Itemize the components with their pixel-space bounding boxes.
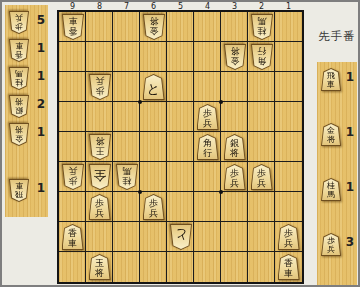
piece-kanji: 香車 [279, 255, 299, 279]
captured-count: 1 [346, 180, 354, 194]
piece-sente-pawn[interactable]: 歩兵 [89, 194, 111, 220]
kanji-char: 兵 [284, 239, 293, 249]
board-cell-7三[interactable] [113, 72, 140, 102]
board-cell-2四[interactable] [248, 102, 275, 132]
piece-kanji: 桂馬 [10, 68, 28, 89]
kanji-char: 香 [68, 26, 77, 36]
board-cell-1四[interactable] [275, 102, 302, 132]
kanji-char: 車 [284, 269, 293, 279]
piece-kanji: 香車 [63, 225, 83, 249]
board-cell-9三[interactable] [59, 72, 86, 102]
kanji-char: 兵 [257, 179, 266, 189]
piece-gote-lance[interactable]: 香車 [9, 39, 29, 62]
piece-gote-pawn[interactable]: 歩兵 [9, 11, 29, 34]
piece-kanji: 歩兵 [322, 234, 340, 255]
board-cell-6六[interactable] [140, 162, 167, 192]
kanji-char: と [147, 82, 160, 96]
piece-kanji: 桂馬 [252, 15, 272, 39]
board-cell-3三[interactable] [221, 72, 248, 102]
kanji-char: 兵 [149, 209, 158, 219]
kanji-char: 兵 [327, 246, 335, 255]
board-cell-4二[interactable] [194, 42, 221, 72]
captured-count: 1 [37, 41, 45, 55]
piece-sente-pawn[interactable]: 歩兵 [224, 164, 246, 190]
piece-kanji: と [171, 225, 191, 249]
piece-sente-gold[interactable]: 金将 [321, 123, 341, 146]
board-cell-6二[interactable] [140, 42, 167, 72]
piece-kanji: 歩兵 [63, 165, 83, 189]
piece-kanji: 銀将 [10, 96, 28, 117]
sente-captured-pieces-tray: 飛車1金将1桂馬1歩兵3 [317, 62, 357, 287]
piece-sente-rook[interactable]: 飛車 [321, 68, 341, 91]
board-cell-7四[interactable] [113, 102, 140, 132]
piece-kanji: 歩兵 [252, 165, 272, 189]
board-cell-5四[interactable] [167, 102, 194, 132]
piece-gote-gold[interactable]: 金将 [143, 14, 165, 40]
file-label-8: 8 [86, 2, 113, 11]
kanji-char: 王 [95, 146, 104, 156]
file-label-5: 5 [167, 2, 194, 11]
piece-gote-knight[interactable]: 桂馬 [251, 14, 273, 40]
kanji-char: 角 [257, 56, 266, 66]
kanji-char: 馬 [327, 191, 335, 200]
gote-captured-pieces-tray: 歩兵5香車1桂馬1銀将2金将1飛車1 [5, 5, 48, 217]
piece-kanji: 飛車 [322, 69, 340, 90]
kanji-char: 車 [68, 239, 77, 249]
gote-hand-slot-pawn: 歩兵5 [5, 9, 48, 36]
kanji-char: 金 [230, 56, 239, 66]
piece-kanji: 角行 [198, 135, 218, 159]
captured-count: 5 [37, 13, 45, 27]
piece-kanji: 銀将 [225, 135, 245, 159]
kanji-char: 行 [203, 149, 212, 159]
piece-gote-king[interactable]: 王将 [89, 134, 111, 160]
piece-kanji: 香車 [10, 40, 28, 61]
sente-hand-slot-knight: 桂馬1 [317, 176, 357, 203]
kanji-char: 将 [15, 125, 23, 134]
piece-gote-silver[interactable]: 銀将 [9, 95, 29, 118]
kanji-char: 歩 [95, 86, 104, 96]
file-label-2: 2 [248, 2, 275, 11]
board-cell-2三[interactable] [248, 72, 275, 102]
board-cell-9七[interactable] [59, 192, 86, 222]
piece-sente-lance[interactable]: 香車 [278, 254, 300, 280]
board-cell-5六[interactable] [167, 162, 194, 192]
piece-kanji: 金将 [144, 15, 164, 39]
piece-kanji: 玉将 [90, 255, 110, 279]
piece-gote-bishop[interactable]: 角行 [251, 44, 273, 70]
board-cell-3四[interactable] [221, 102, 248, 132]
board-cell-8二[interactable] [86, 42, 113, 72]
shogi-app: 歩兵5香車1桂馬1銀将2金将1飛車1 先手番 飛車1金将1桂馬1歩兵3 9876… [0, 0, 360, 287]
gote-hand-slot-lance: 香車1 [5, 37, 48, 64]
sente-hand-slot-rook: 飛車1 [317, 66, 357, 93]
captured-count: 1 [346, 70, 354, 84]
gote-hand-slot-silver: 銀将2 [5, 93, 48, 120]
board-cell-6九[interactable] [140, 252, 167, 282]
piece-sente-knight[interactable]: 桂馬 [321, 178, 341, 201]
gote-hand-slot-rook: 飛車1 [5, 177, 48, 204]
piece-kanji: 桂馬 [322, 179, 340, 200]
board-cell-1一[interactable] [275, 12, 302, 42]
board-cell-3九[interactable] [221, 252, 248, 282]
piece-gote-gold[interactable]: 金将 [224, 44, 246, 70]
board-cell-6八[interactable] [140, 222, 167, 252]
piece-kanji: 金将 [225, 45, 245, 69]
kanji-char: 桂 [257, 26, 266, 36]
kanji-char: 兵 [15, 13, 23, 22]
captured-count: 3 [346, 235, 354, 249]
piece-gote-lance[interactable]: 香車 [62, 14, 84, 40]
piece-gote-promoted-silver[interactable]: 全 [89, 164, 111, 190]
captured-count: 1 [37, 125, 45, 139]
piece-gote-rook[interactable]: 飛車 [9, 179, 29, 202]
piece-kanji: 角行 [252, 45, 272, 69]
board-cell-4一[interactable] [194, 12, 221, 42]
board-cell-4七[interactable] [194, 192, 221, 222]
piece-kanji: 桂馬 [117, 165, 137, 189]
board-cell-1七[interactable] [275, 192, 302, 222]
piece-kanji: 歩兵 [198, 105, 218, 129]
kanji-char: 兵 [68, 166, 77, 176]
board-cell-5三[interactable] [167, 72, 194, 102]
board-cell-4三[interactable] [194, 72, 221, 102]
board-cell-7九[interactable] [113, 252, 140, 282]
piece-sente-pawn[interactable]: 歩兵 [321, 233, 341, 256]
piece-kanji: 飛車 [10, 180, 28, 201]
board-cell-3七[interactable] [221, 192, 248, 222]
board-cell-2八[interactable] [248, 222, 275, 252]
board-cell-2五[interactable] [248, 132, 275, 162]
turn-indicator: 先手番 [314, 29, 360, 44]
star-point [138, 190, 142, 194]
kanji-char: 桂 [122, 176, 131, 186]
captured-count: 1 [37, 69, 45, 83]
captured-count: 1 [346, 125, 354, 139]
piece-sente-pawn[interactable]: 歩兵 [251, 164, 273, 190]
piece-kanji: と [144, 75, 164, 99]
board-cell-5七[interactable] [167, 192, 194, 222]
star-point [138, 100, 142, 104]
star-point [219, 100, 223, 104]
piece-sente-lance[interactable]: 香車 [62, 224, 84, 250]
piece-sente-pawn[interactable]: 歩兵 [143, 194, 165, 220]
kanji-char: 歩 [68, 176, 77, 186]
board-cell-8一[interactable] [86, 12, 113, 42]
board-cell-7五[interactable] [113, 132, 140, 162]
kanji-char: 馬 [257, 16, 266, 26]
board-cell-2九[interactable] [248, 252, 275, 282]
kanji-char: 金 [149, 26, 158, 36]
board-cell-4九[interactable] [194, 252, 221, 282]
board-cell-3一[interactable] [221, 12, 248, 42]
board-cell-1六[interactable] [275, 162, 302, 192]
kanji-char: 銀 [15, 106, 23, 115]
board-cell-7一[interactable] [113, 12, 140, 42]
piece-sente-king[interactable]: 玉将 [89, 254, 111, 280]
file-label-6: 6 [140, 2, 167, 11]
kanji-char: 将 [327, 136, 335, 145]
kanji-char: 馬 [15, 69, 23, 78]
kanji-char: 兵 [203, 119, 212, 129]
captured-count: 1 [37, 181, 45, 195]
kanji-char: 馬 [122, 166, 131, 176]
kanji-char: 歩 [15, 22, 23, 31]
sente-hand-slot-pawn: 歩兵3 [317, 231, 357, 258]
gote-hand-slot-gold: 金将1 [5, 121, 48, 148]
kanji-char: 将 [230, 46, 239, 56]
file-label-7: 7 [113, 2, 140, 11]
sente-hand-slot-gold: 金将1 [317, 121, 357, 148]
file-label-4: 4 [194, 2, 221, 11]
kanji-char: 兵 [230, 179, 239, 189]
board-cell-9四[interactable] [59, 102, 86, 132]
piece-gote-knight[interactable]: 桂馬 [9, 67, 29, 90]
board-cell-9九[interactable] [59, 252, 86, 282]
piece-kanji: 歩兵 [225, 165, 245, 189]
board-cell-1三[interactable] [275, 72, 302, 102]
star-point [219, 190, 223, 194]
kanji-char: 全 [93, 169, 106, 183]
piece-kanji: 歩兵 [144, 195, 164, 219]
board-cell-4八[interactable] [194, 222, 221, 252]
board-cell-3八[interactable] [221, 222, 248, 252]
board-cell-5二[interactable] [167, 42, 194, 72]
kanji-char: 車 [327, 81, 335, 90]
gote-hand-slot-knight: 桂馬1 [5, 65, 48, 92]
board-cell-1五[interactable] [275, 132, 302, 162]
board-cell-5九[interactable] [167, 252, 194, 282]
kanji-char: 飛 [15, 190, 23, 199]
board-cell-7七[interactable] [113, 192, 140, 222]
board-cell-1二[interactable] [275, 42, 302, 72]
kanji-char: 車 [15, 181, 23, 190]
kanji-char: 将 [95, 136, 104, 146]
piece-kanji: 歩兵 [90, 75, 110, 99]
piece-kanji: 金将 [322, 124, 340, 145]
piece-kanji: 歩兵 [279, 225, 299, 249]
board-cell-4六[interactable] [194, 162, 221, 192]
file-label-1: 1 [275, 2, 302, 11]
board-cell-5一[interactable] [167, 12, 194, 42]
piece-kanji: 金将 [10, 124, 28, 145]
piece-sente-tokin[interactable]: と [143, 74, 165, 100]
piece-kanji: 歩兵 [90, 195, 110, 219]
piece-sente-pawn[interactable]: 歩兵 [278, 224, 300, 250]
kanji-char: 兵 [95, 76, 104, 86]
board-cell-9二[interactable] [59, 42, 86, 72]
piece-gote-pawn[interactable]: 歩兵 [89, 74, 111, 100]
piece-sente-silver[interactable]: 銀将 [224, 134, 246, 160]
board-cell-7二[interactable] [113, 42, 140, 72]
board-cell-2七[interactable] [248, 192, 275, 222]
piece-kanji: 歩兵 [10, 12, 28, 33]
board-cell-6四[interactable] [140, 102, 167, 132]
kanji-char: 車 [68, 16, 77, 26]
piece-gote-knight[interactable]: 桂馬 [116, 164, 138, 190]
board-cell-7八[interactable] [113, 222, 140, 252]
kanji-char: 将 [230, 149, 239, 159]
file-label-9: 9 [59, 2, 86, 11]
board-cell-8八[interactable] [86, 222, 113, 252]
piece-gote-tokin[interactable]: と [170, 224, 192, 250]
kanji-char: 将 [149, 16, 158, 26]
board-cell-5五[interactable] [167, 132, 194, 162]
piece-gote-gold[interactable]: 金将 [9, 123, 29, 146]
shogi-board: 987654321 一二三四五六七八九 香車金将桂馬金将角行歩兵と歩兵王将角行銀… [57, 10, 304, 284]
kanji-char: 金 [15, 134, 23, 143]
piece-kanji: 香車 [63, 15, 83, 39]
piece-kanji: 全 [90, 165, 110, 189]
kanji-char: 兵 [95, 209, 104, 219]
piece-kanji: 王将 [90, 135, 110, 159]
kanji-char: 行 [257, 46, 266, 56]
piece-sente-bishop[interactable]: 角行 [197, 134, 219, 160]
board-cell-8四[interactable] [86, 102, 113, 132]
kanji-char: 香 [15, 50, 23, 59]
board-cell-9五[interactable] [59, 132, 86, 162]
piece-sente-pawn[interactable]: 歩兵 [197, 104, 219, 130]
kanji-char: と [174, 229, 187, 243]
file-label-3: 3 [221, 2, 248, 11]
kanji-char: 将 [95, 269, 104, 279]
kanji-char: 車 [15, 41, 23, 50]
piece-gote-pawn[interactable]: 歩兵 [62, 164, 84, 190]
board-cell-6五[interactable] [140, 132, 167, 162]
captured-count: 2 [37, 97, 45, 111]
kanji-char: 桂 [15, 78, 23, 87]
kanji-char: 将 [15, 97, 23, 106]
